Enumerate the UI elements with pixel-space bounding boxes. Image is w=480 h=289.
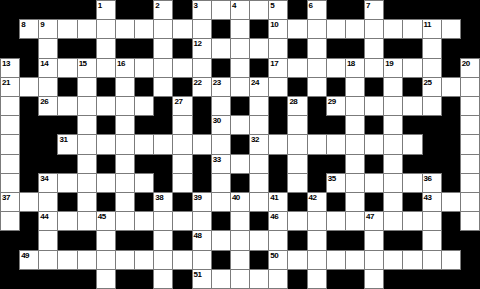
cell-r15c6[interactable] xyxy=(97,270,115,288)
cell-r12c9[interactable] xyxy=(154,212,172,230)
cell-r14c13[interactable] xyxy=(231,251,249,269)
block-r3c8 xyxy=(135,39,153,57)
cell-r1c17[interactable]: 6 xyxy=(308,1,326,19)
cell-r12c18[interactable] xyxy=(327,212,345,230)
cell-r7c12[interactable]: 30 xyxy=(212,116,230,134)
cell-r4c3[interactable]: 14 xyxy=(39,59,57,77)
cell-r8c9[interactable] xyxy=(154,135,172,153)
cell-r2c16[interactable] xyxy=(288,20,306,38)
cell-r2c9[interactable] xyxy=(154,20,172,38)
block-r12c2 xyxy=(20,212,38,230)
cell-r8c12[interactable] xyxy=(212,135,230,153)
cell-r3c6[interactable] xyxy=(97,39,115,57)
cell-r3c14[interactable] xyxy=(250,39,268,57)
cell-r6c21[interactable] xyxy=(384,97,402,115)
cell-r9c7[interactable] xyxy=(116,155,134,173)
cell-r14c17[interactable] xyxy=(308,251,326,269)
cell-r13c20[interactable] xyxy=(365,231,383,249)
cell-r14c11[interactable] xyxy=(193,251,211,269)
cell-r8c18[interactable] xyxy=(327,135,345,153)
cell-r11c24[interactable] xyxy=(442,193,460,211)
cell-r1c12[interactable] xyxy=(212,1,230,19)
cell-r8c17[interactable] xyxy=(308,135,326,153)
cell-r15c12[interactable] xyxy=(212,270,230,288)
cell-r13c9[interactable] xyxy=(154,231,172,249)
cell-r8c25[interactable] xyxy=(461,135,479,153)
cell-r1c11[interactable]: 3 xyxy=(193,1,211,19)
cell-r2c18[interactable] xyxy=(327,20,345,38)
block-r3c21 xyxy=(384,39,402,57)
cell-r2c22[interactable] xyxy=(403,20,421,38)
clue-number-42: 42 xyxy=(309,194,317,202)
cell-r4c22[interactable] xyxy=(403,59,421,77)
clue-number-24: 24 xyxy=(251,79,259,87)
cell-r9c1[interactable] xyxy=(1,155,19,173)
cell-r11c5[interactable] xyxy=(78,193,96,211)
cell-r11c23[interactable]: 43 xyxy=(423,193,441,211)
block-r7c20 xyxy=(365,116,383,134)
cell-r12c8[interactable] xyxy=(135,212,153,230)
block-r9c4 xyxy=(58,155,76,173)
cell-r7c7[interactable] xyxy=(116,116,134,134)
cell-r6c8[interactable] xyxy=(135,97,153,115)
cell-r11c3[interactable] xyxy=(39,193,57,211)
cell-r3c13[interactable] xyxy=(231,39,249,57)
cell-r5c24[interactable] xyxy=(442,78,460,96)
block-r10c17 xyxy=(308,174,326,192)
cell-r8c5[interactable] xyxy=(78,135,96,153)
cell-r2c13[interactable] xyxy=(231,20,249,38)
cell-r6c23[interactable] xyxy=(423,97,441,115)
cell-r14c2[interactable]: 49 xyxy=(20,251,38,269)
cell-r2c5[interactable] xyxy=(78,20,96,38)
cell-r11c17[interactable]: 42 xyxy=(308,193,326,211)
block-r7c9 xyxy=(154,116,172,134)
block-r9c6 xyxy=(97,155,115,173)
cell-r8c7[interactable] xyxy=(116,135,134,153)
block-r1c7 xyxy=(116,1,134,19)
cell-r7c1[interactable] xyxy=(1,116,19,134)
block-r15c21 xyxy=(384,270,402,288)
block-r13c8 xyxy=(135,231,153,249)
cell-r14c4[interactable] xyxy=(58,251,76,269)
block-r6c17 xyxy=(308,97,326,115)
cell-r11c15[interactable]: 41 xyxy=(269,193,287,211)
cell-r2c15[interactable]: 10 xyxy=(269,20,287,38)
cell-r10c16[interactable] xyxy=(288,174,306,192)
block-r9c9 xyxy=(154,155,172,173)
cell-r14c20[interactable] xyxy=(365,251,383,269)
cell-r14c10[interactable] xyxy=(173,251,191,269)
cell-r7c21[interactable] xyxy=(384,116,402,134)
block-r14c12 xyxy=(212,251,230,269)
cell-r2c7[interactable] xyxy=(116,20,134,38)
clue-number-44: 44 xyxy=(40,213,48,221)
cell-r15c15[interactable] xyxy=(269,270,287,288)
block-r10c24 xyxy=(442,174,460,192)
cell-r3c11[interactable]: 12 xyxy=(193,39,211,57)
block-r3c1 xyxy=(1,39,19,57)
cell-r4c23[interactable] xyxy=(423,59,441,77)
cell-r12c7[interactable] xyxy=(116,212,134,230)
cell-r7c5[interactable] xyxy=(78,116,96,134)
cell-r8c14[interactable]: 32 xyxy=(250,135,268,153)
cell-r9c13[interactable] xyxy=(231,155,249,173)
cell-r2c10[interactable] xyxy=(173,20,191,38)
cell-r4c10[interactable] xyxy=(173,59,191,77)
block-r3c18 xyxy=(327,39,345,57)
cell-r13c23[interactable] xyxy=(423,231,441,249)
cell-r6c1[interactable] xyxy=(1,97,19,115)
cell-r13c12[interactable] xyxy=(212,231,230,249)
cell-r4c11[interactable] xyxy=(193,59,211,77)
block-r10c11 xyxy=(193,174,211,192)
cell-r7c13[interactable] xyxy=(231,116,249,134)
cell-r15c17[interactable] xyxy=(308,270,326,288)
block-r13c7 xyxy=(116,231,134,249)
cell-r9c19[interactable] xyxy=(346,155,364,173)
cell-r2c11[interactable] xyxy=(193,20,211,38)
cell-r11c7[interactable] xyxy=(116,193,134,211)
cell-r10c6[interactable] xyxy=(97,174,115,192)
cell-r11c19[interactable] xyxy=(346,193,364,211)
cell-r13c14[interactable] xyxy=(250,231,268,249)
cell-r10c19[interactable] xyxy=(346,174,364,192)
cell-r2c8[interactable] xyxy=(135,20,153,38)
cell-r2c3[interactable]: 9 xyxy=(39,20,57,38)
cell-r5c13[interactable] xyxy=(231,78,249,96)
cell-r5c12[interactable]: 23 xyxy=(212,78,230,96)
block-r5c8 xyxy=(135,78,153,96)
cell-r5c3[interactable] xyxy=(39,78,57,96)
cell-r14c7[interactable] xyxy=(116,251,134,269)
cell-r7c16[interactable] xyxy=(288,116,306,134)
cell-r7c25[interactable] xyxy=(461,116,479,134)
cell-r9c21[interactable] xyxy=(384,155,402,173)
cell-r11c12[interactable] xyxy=(212,193,230,211)
cell-r12c20[interactable]: 47 xyxy=(365,212,383,230)
cell-r8c4[interactable]: 31 xyxy=(58,135,76,153)
cell-r2c19[interactable] xyxy=(346,20,364,38)
cell-r8c16[interactable] xyxy=(288,135,306,153)
cell-r8c15[interactable] xyxy=(269,135,287,153)
cell-r14c3[interactable] xyxy=(39,251,57,269)
block-r1c25 xyxy=(461,1,479,19)
cell-r14c16[interactable] xyxy=(288,251,306,269)
cell-r4c18[interactable] xyxy=(327,59,345,77)
cell-r4c8[interactable] xyxy=(135,59,153,77)
cell-r10c3[interactable]: 34 xyxy=(39,174,57,192)
cell-r14c23[interactable] xyxy=(423,251,441,269)
cell-r4c1[interactable]: 13 xyxy=(1,59,19,77)
cell-r13c6[interactable] xyxy=(97,231,115,249)
cell-r10c20[interactable] xyxy=(365,174,383,192)
cell-r12c25[interactable] xyxy=(461,212,479,230)
cell-r10c5[interactable] xyxy=(78,174,96,192)
cell-r8c21[interactable] xyxy=(384,135,402,153)
clue-number-6: 6 xyxy=(309,2,313,10)
cell-r1c13[interactable]: 4 xyxy=(231,1,249,19)
cell-r1c9[interactable]: 2 xyxy=(154,1,172,19)
cell-r10c1[interactable] xyxy=(1,174,19,192)
cell-r4c7[interactable]: 16 xyxy=(116,59,134,77)
cell-r13c3[interactable] xyxy=(39,231,57,249)
cell-r5c1[interactable]: 21 xyxy=(1,78,19,96)
clue-number-18: 18 xyxy=(347,60,355,68)
cell-r10c4[interactable] xyxy=(58,174,76,192)
block-r1c4 xyxy=(58,1,76,19)
cell-r12c23[interactable] xyxy=(423,212,441,230)
cell-r3c17[interactable] xyxy=(308,39,326,57)
cell-r11c13[interactable]: 40 xyxy=(231,193,249,211)
cell-r4c25[interactable]: 20 xyxy=(461,59,479,77)
cell-r4c5[interactable]: 15 xyxy=(78,59,96,77)
cell-r4c19[interactable]: 18 xyxy=(346,59,364,77)
block-r5c18 xyxy=(327,78,345,96)
cell-r6c10[interactable]: 27 xyxy=(173,97,191,115)
cell-r15c14[interactable] xyxy=(250,270,268,288)
cell-r9c10[interactable] xyxy=(173,155,191,173)
block-r15c25 xyxy=(461,270,479,288)
cell-r9c16[interactable] xyxy=(288,155,306,173)
cell-r10c21[interactable] xyxy=(384,174,402,192)
cell-r2c17[interactable] xyxy=(308,20,326,38)
cell-r6c20[interactable] xyxy=(365,97,383,115)
cell-r11c9[interactable]: 38 xyxy=(154,193,172,211)
cell-r12c10[interactable] xyxy=(173,212,191,230)
cell-r12c15[interactable]: 46 xyxy=(269,212,287,230)
cell-r12c6[interactable]: 45 xyxy=(97,212,115,230)
cell-r8c22[interactable] xyxy=(403,135,421,153)
block-r8c24 xyxy=(442,135,460,153)
cell-r6c3[interactable]: 26 xyxy=(39,97,57,115)
cell-r4c20[interactable] xyxy=(365,59,383,77)
cell-r5c23[interactable]: 25 xyxy=(423,78,441,96)
block-r11c8 xyxy=(135,193,153,211)
block-r7c8 xyxy=(135,116,153,134)
cell-r3c15[interactable] xyxy=(269,39,287,57)
clue-number-32: 32 xyxy=(251,136,259,144)
cell-r6c7[interactable] xyxy=(116,97,134,115)
cell-r14c8[interactable] xyxy=(135,251,153,269)
cell-r6c14[interactable] xyxy=(250,97,268,115)
cell-r14c19[interactable] xyxy=(346,251,364,269)
cell-r5c21[interactable] xyxy=(384,78,402,96)
cell-r3c9[interactable] xyxy=(154,39,172,57)
block-r1c5 xyxy=(78,1,96,19)
block-r7c3 xyxy=(39,116,57,134)
clue-number-16: 16 xyxy=(117,60,125,68)
clue-number-50: 50 xyxy=(270,252,278,260)
cell-r2c2[interactable]: 8 xyxy=(20,20,38,38)
cell-r4c21[interactable]: 19 xyxy=(384,59,402,77)
cell-r12c11[interactable] xyxy=(193,212,211,230)
block-r9c18 xyxy=(327,155,345,173)
cell-r5c5[interactable] xyxy=(78,78,96,96)
cell-r7c14[interactable] xyxy=(250,116,268,134)
cell-r7c19[interactable] xyxy=(346,116,364,134)
cell-r8c6[interactable] xyxy=(97,135,115,153)
cell-r15c20[interactable] xyxy=(365,270,383,288)
cell-r15c13[interactable] xyxy=(231,270,249,288)
cell-r10c7[interactable] xyxy=(116,174,134,192)
cell-r10c8[interactable] xyxy=(135,174,153,192)
cell-r6c4[interactable] xyxy=(58,97,76,115)
cell-r6c6[interactable] xyxy=(97,97,115,115)
cell-r8c20[interactable] xyxy=(365,135,383,153)
cell-r9c5[interactable] xyxy=(78,155,96,173)
cell-r2c6[interactable] xyxy=(97,20,115,38)
cell-r1c14[interactable] xyxy=(250,1,268,19)
cell-r4c13[interactable] xyxy=(231,59,249,77)
cell-r13c15[interactable] xyxy=(269,231,287,249)
cell-r12c19[interactable] xyxy=(346,212,364,230)
cell-r10c25[interactable] xyxy=(461,174,479,192)
block-r15c10 xyxy=(173,270,191,288)
cell-r9c25[interactable] xyxy=(461,155,479,173)
cell-r8c19[interactable] xyxy=(346,135,364,153)
cell-r8c10[interactable] xyxy=(173,135,191,153)
cell-r9c14[interactable] xyxy=(250,155,268,173)
cell-r15c9[interactable] xyxy=(154,270,172,288)
cell-r8c1[interactable] xyxy=(1,135,19,153)
cell-r12c1[interactable] xyxy=(1,212,19,230)
cell-r3c23[interactable] xyxy=(423,39,441,57)
cell-r11c25[interactable] xyxy=(461,193,479,211)
cell-r10c23[interactable]: 36 xyxy=(423,174,441,192)
cell-r9c12[interactable]: 33 xyxy=(212,155,230,173)
cell-r6c19[interactable] xyxy=(346,97,364,115)
clue-number-47: 47 xyxy=(366,213,374,221)
cell-r12c22[interactable] xyxy=(403,212,421,230)
cell-r11c14[interactable] xyxy=(250,193,268,211)
cell-r14c24[interactable] xyxy=(442,251,460,269)
cell-r14c9[interactable] xyxy=(154,251,172,269)
cell-r13c11[interactable]: 48 xyxy=(193,231,211,249)
cell-r3c12[interactable] xyxy=(212,39,230,57)
clue-number-38: 38 xyxy=(155,194,163,202)
block-r7c18 xyxy=(327,116,345,134)
block-r1c16 xyxy=(288,1,306,19)
cell-r4c6[interactable] xyxy=(97,59,115,77)
cell-r12c16[interactable] xyxy=(288,212,306,230)
block-r5c4 xyxy=(58,78,76,96)
cell-r2c20[interactable] xyxy=(365,20,383,38)
cell-r1c6[interactable]: 1 xyxy=(97,1,115,19)
cell-r14c6[interactable] xyxy=(97,251,115,269)
cell-r5c17[interactable] xyxy=(308,78,326,96)
cell-r3c20[interactable] xyxy=(365,39,383,57)
cell-r5c25[interactable] xyxy=(461,78,479,96)
cell-r14c18[interactable] xyxy=(327,251,345,269)
cell-r1c20[interactable]: 7 xyxy=(365,1,383,19)
block-r10c9 xyxy=(154,174,172,192)
cell-r10c12[interactable] xyxy=(212,174,230,192)
cell-r6c5[interactable] xyxy=(78,97,96,115)
block-r11c4 xyxy=(58,193,76,211)
cell-r12c17[interactable] xyxy=(308,212,326,230)
cell-r2c23[interactable]: 11 xyxy=(423,20,441,38)
cell-r5c19[interactable] xyxy=(346,78,364,96)
cell-r7c10[interactable] xyxy=(173,116,191,134)
block-r15c1 xyxy=(1,270,19,288)
block-r14c14 xyxy=(250,251,268,269)
cell-r4c17[interactable] xyxy=(308,59,326,77)
cell-r5c7[interactable] xyxy=(116,78,134,96)
block-r15c23 xyxy=(423,270,441,288)
block-r8c13 xyxy=(231,135,249,153)
block-r9c24 xyxy=(442,155,460,173)
cell-r11c2[interactable] xyxy=(20,193,38,211)
cell-r15c11[interactable]: 51 xyxy=(193,270,211,288)
cell-r13c13[interactable] xyxy=(231,231,249,249)
block-r1c2 xyxy=(20,1,38,19)
cell-r4c16[interactable] xyxy=(288,59,306,77)
cell-r11c11[interactable]: 39 xyxy=(193,193,211,211)
cell-r6c25[interactable] xyxy=(461,97,479,115)
cell-r12c21[interactable] xyxy=(384,212,402,230)
cell-r10c22[interactable] xyxy=(403,174,421,192)
cell-r5c14[interactable]: 24 xyxy=(250,78,268,96)
cell-r12c3[interactable]: 44 xyxy=(39,212,57,230)
block-r5c10 xyxy=(173,78,191,96)
cell-r6c18[interactable]: 29 xyxy=(327,97,345,115)
cell-r10c10[interactable] xyxy=(173,174,191,192)
cell-r12c5[interactable] xyxy=(78,212,96,230)
cell-r4c9[interactable] xyxy=(154,59,172,77)
block-r3c2 xyxy=(20,39,38,57)
cell-r13c17[interactable] xyxy=(308,231,326,249)
cell-r10c18[interactable]: 35 xyxy=(327,174,345,192)
block-r2c12 xyxy=(212,20,230,38)
cell-r3c3[interactable] xyxy=(39,39,57,57)
block-r13c1 xyxy=(1,231,19,249)
cell-r8c11[interactable] xyxy=(193,135,211,153)
cell-r5c9[interactable] xyxy=(154,78,172,96)
cell-r14c21[interactable] xyxy=(384,251,402,269)
cell-r6c22[interactable] xyxy=(403,97,421,115)
cell-r14c5[interactable] xyxy=(78,251,96,269)
cell-r2c24[interactable] xyxy=(442,20,460,38)
clue-number-10: 10 xyxy=(270,21,278,29)
cell-r4c15[interactable]: 17 xyxy=(269,59,287,77)
cell-r6c12[interactable] xyxy=(212,97,230,115)
cell-r5c15[interactable] xyxy=(269,78,287,96)
cell-r2c21[interactable] xyxy=(384,20,402,38)
clue-number-45: 45 xyxy=(98,213,106,221)
clue-number-34: 34 xyxy=(40,175,48,183)
cell-r1c15[interactable]: 5 xyxy=(269,1,287,19)
block-r2c14 xyxy=(250,20,268,38)
block-r7c22 xyxy=(403,116,421,134)
cell-r5c11[interactable]: 22 xyxy=(193,78,211,96)
cell-r12c13[interactable] xyxy=(231,212,249,230)
block-r9c3 xyxy=(39,155,57,173)
cell-r14c22[interactable] xyxy=(403,251,421,269)
cell-r10c14[interactable] xyxy=(250,174,268,192)
clue-number-46: 46 xyxy=(270,213,278,221)
cell-r4c4[interactable] xyxy=(58,59,76,77)
cell-r12c4[interactable] xyxy=(58,212,76,230)
clue-number-7: 7 xyxy=(366,2,370,10)
cell-r8c8[interactable] xyxy=(135,135,153,153)
cell-r5c2[interactable] xyxy=(20,78,38,96)
cell-r11c1[interactable]: 37 xyxy=(1,193,19,211)
cell-r6c16[interactable]: 28 xyxy=(288,97,306,115)
cell-r11c21[interactable] xyxy=(384,193,402,211)
cell-r2c4[interactable] xyxy=(58,20,76,38)
cell-r14c15[interactable]: 50 xyxy=(269,251,287,269)
